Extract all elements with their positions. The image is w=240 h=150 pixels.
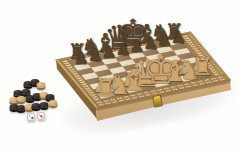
die-pip — [42, 116, 44, 118]
wood-checker-disc[interactable] — [17, 96, 26, 102]
die-pip — [29, 115, 31, 117]
die-1[interactable] — [26, 112, 35, 121]
black-checker-disc[interactable] — [40, 102, 49, 108]
wood-checker-disc[interactable] — [49, 100, 58, 106]
wood-checker-disc[interactable] — [37, 82, 46, 88]
product-photo-stage: ♜♞♝♛♚♝♞♜♟♟♟♟♟♟♟♟♟♟♟♟♟♟♟♟♜♞♝♛♚♝♞♜ — [0, 0, 240, 150]
checkers-and-dice — [0, 0, 240, 150]
die-2[interactable] — [36, 111, 45, 120]
die-pip — [31, 117, 33, 119]
